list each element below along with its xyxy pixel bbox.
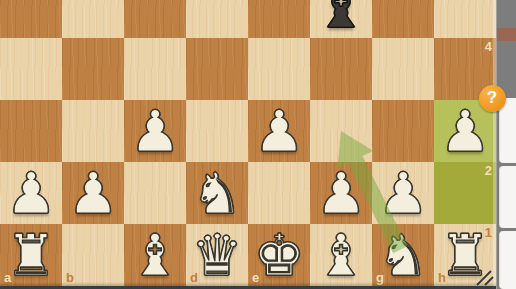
square-e1[interactable]: e♚	[248, 224, 310, 286]
piece-white-pawn-e3[interactable]: ♟	[248, 100, 310, 162]
square-h5[interactable]	[434, 0, 496, 38]
square-e5[interactable]	[248, 0, 310, 38]
square-b1[interactable]: b	[62, 224, 124, 286]
square-f2[interactable]: ♟	[310, 162, 372, 224]
right-panel-card[interactable]	[499, 231, 516, 289]
square-a3[interactable]	[0, 100, 62, 162]
piece-white-rook-a1[interactable]: ♜	[0, 224, 62, 286]
square-b3[interactable]	[62, 100, 124, 162]
piece-white-king-e1[interactable]: ♚	[248, 224, 310, 286]
piece-white-bishop-f1[interactable]: ♝	[310, 224, 372, 286]
square-a5[interactable]	[0, 0, 62, 38]
app-window: ♝4♟♟♟♟♟♞♟♟2a♜b♝d♛e♚♝g♞h1♜ ?	[0, 0, 516, 289]
rank-label-4: 4	[485, 40, 492, 53]
square-c5[interactable]	[124, 0, 186, 38]
square-f3[interactable]	[310, 100, 372, 162]
square-d5[interactable]	[186, 0, 248, 38]
piece-white-knight-g1[interactable]: ♞	[372, 224, 434, 286]
chess-board-viewport: ♝4♟♟♟♟♟♞♟♟2a♜b♝d♛e♚♝g♞h1♜	[0, 0, 496, 289]
square-d1[interactable]: d♛	[186, 224, 248, 286]
piece-white-knight-d2[interactable]: ♞	[186, 162, 248, 224]
square-d2[interactable]: ♞	[186, 162, 248, 224]
square-f4[interactable]	[310, 38, 372, 100]
question-mark-icon: ?	[487, 88, 497, 108]
square-c4[interactable]	[124, 38, 186, 100]
piece-white-bishop-c1[interactable]: ♝	[124, 224, 186, 286]
square-c3[interactable]: ♟	[124, 100, 186, 162]
square-g4[interactable]	[372, 38, 434, 100]
square-c1[interactable]: ♝	[124, 224, 186, 286]
square-g3[interactable]	[372, 100, 434, 162]
resize-grip-icon	[472, 266, 496, 286]
right-panel-accent-band	[497, 28, 516, 41]
square-f1[interactable]: ♝	[310, 224, 372, 286]
square-c2[interactable]	[124, 162, 186, 224]
square-a1[interactable]: a♜	[0, 224, 62, 286]
piece-white-pawn-g2[interactable]: ♟	[372, 162, 434, 224]
rank-label-2: 2	[485, 164, 492, 177]
square-b4[interactable]	[62, 38, 124, 100]
file-label-b: b	[66, 271, 74, 284]
chess-board[interactable]: ♝4♟♟♟♟♟♞♟♟2a♜b♝d♛e♚♝g♞h1♜	[0, 0, 496, 286]
square-g2[interactable]: ♟	[372, 162, 434, 224]
piece-black-bishop-f5[interactable]: ♝	[310, 0, 372, 38]
square-e4[interactable]	[248, 38, 310, 100]
right-panel	[496, 0, 516, 289]
board-resize-handle[interactable]	[472, 266, 496, 286]
mistake-badge[interactable]: ?	[479, 85, 506, 112]
piece-white-queen-d1[interactable]: ♛	[186, 224, 248, 286]
square-a4[interactable]	[0, 38, 62, 100]
piece-white-pawn-f2[interactable]: ♟	[310, 162, 372, 224]
square-f5[interactable]: ♝	[310, 0, 372, 38]
square-e3[interactable]: ♟	[248, 100, 310, 162]
square-b2[interactable]: ♟	[62, 162, 124, 224]
square-g1[interactable]: g♞	[372, 224, 434, 286]
square-d3[interactable]	[186, 100, 248, 162]
piece-white-pawn-c3[interactable]: ♟	[124, 100, 186, 162]
square-a2[interactable]: ♟	[0, 162, 62, 224]
piece-white-pawn-a2[interactable]: ♟	[0, 162, 62, 224]
right-panel-card[interactable]	[499, 166, 516, 228]
piece-white-pawn-b2[interactable]: ♟	[62, 162, 124, 224]
square-e2[interactable]	[248, 162, 310, 224]
square-d4[interactable]	[186, 38, 248, 100]
square-h2[interactable]: 2	[434, 162, 496, 224]
square-b5[interactable]	[62, 0, 124, 38]
square-g5[interactable]	[372, 0, 434, 38]
